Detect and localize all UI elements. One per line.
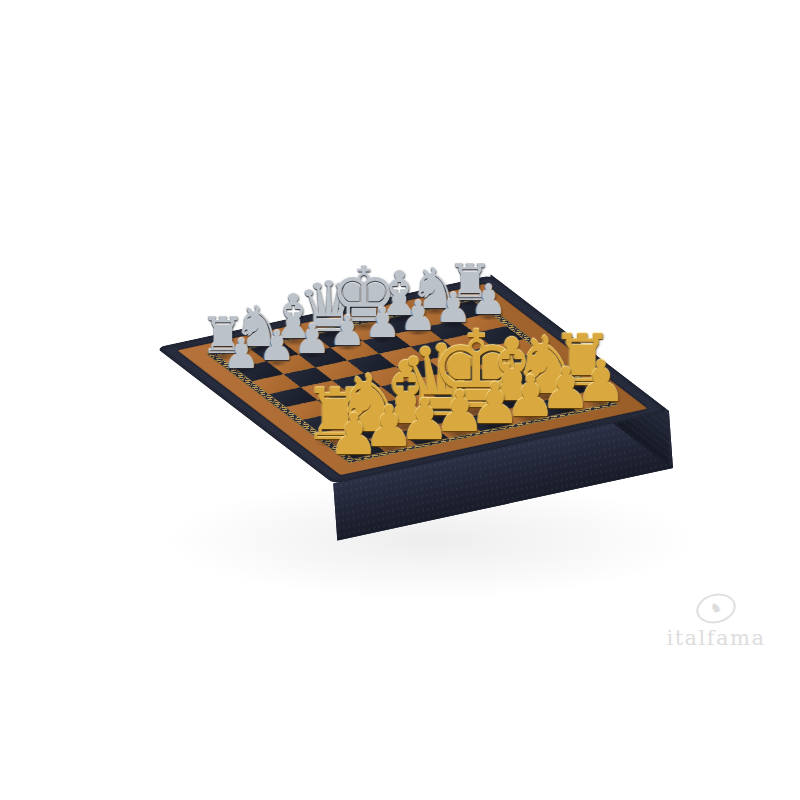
watermark: ♞ italfama: [658, 594, 774, 650]
board-grid: [217, 300, 606, 458]
italfama-emblem-icon: ♞: [693, 590, 739, 628]
watermark-text: italfama: [658, 626, 774, 650]
product-photo: ♜♞♝♛♚♝♞♜♟♟♟♟♟♟♟♟♜♞♝♛♚♝♞♜♟♟♟♟♟♟♟♟ ♞ italf…: [0, 0, 800, 800]
